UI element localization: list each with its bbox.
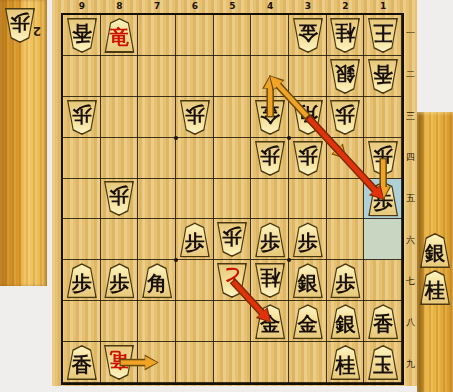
square-5c[interactable] [214, 97, 252, 138]
sente-piece-9g[interactable]: 歩 [67, 263, 97, 298]
square-6f[interactable]: 歩 [176, 219, 214, 260]
square-3a[interactable]: 金 [289, 15, 327, 56]
square-3e[interactable] [289, 179, 327, 220]
square-7e[interactable] [138, 179, 176, 220]
piece-kanji: 金 [260, 105, 280, 125]
gote-piece-3a[interactable]: 金 [293, 18, 323, 53]
piece-face: 香 [68, 19, 95, 51]
square-8a[interactable]: 竜 [101, 15, 139, 56]
piece-face: 歩 [370, 142, 397, 174]
square-6b[interactable] [176, 56, 214, 97]
piece-face: 歩 [370, 183, 397, 215]
sente-captured-stand: 銀桂 [417, 112, 453, 392]
square-8d[interactable] [101, 138, 139, 179]
file-label-2: 2 [327, 0, 365, 13]
rank-label-2: 二 [404, 54, 417, 95]
piece-face: 歩 [332, 101, 359, 133]
piece-kanji: 歩 [222, 228, 242, 248]
piece-face: 金 [257, 101, 284, 133]
square-9c[interactable]: 歩 [63, 97, 101, 138]
piece-kanji: 銀 [298, 273, 318, 293]
piece-kanji: 香 [373, 64, 393, 84]
gote-piece-4c[interactable]: 金 [255, 100, 285, 135]
square-2b[interactable]: 銀 [327, 56, 365, 97]
piece-face: 玉 [370, 347, 397, 379]
square-4f[interactable]: 歩 [251, 219, 289, 260]
piece-kanji: 銀 [425, 243, 445, 263]
piece-kanji: 玉 [373, 355, 393, 375]
square-2f[interactable] [327, 219, 365, 260]
sente-piece-2h[interactable]: 銀 [330, 304, 360, 339]
piece-kanji: 竜 [109, 27, 129, 47]
square-9a[interactable]: 香 [63, 15, 101, 56]
piece-kanji: 歩 [335, 273, 355, 293]
gote-piece-1a[interactable]: 王 [368, 18, 398, 53]
rank-coordinates: 一二三四五六七八九 [404, 13, 417, 385]
piece-face: 香 [370, 306, 397, 338]
piece-kanji: 歩 [109, 187, 129, 207]
file-label-8: 8 [101, 0, 139, 13]
square-5d[interactable] [214, 138, 252, 179]
square-1b[interactable]: 香 [364, 56, 402, 97]
rank-label-7: 七 [404, 261, 417, 302]
rank-label-4: 四 [404, 137, 417, 178]
piece-face: と [219, 265, 246, 297]
piece-kanji: 銀 [335, 314, 355, 334]
square-1g[interactable] [364, 260, 402, 301]
piece-face: 歩 [181, 224, 208, 256]
square-3b[interactable] [289, 56, 327, 97]
piece-kanji: と [222, 269, 242, 289]
square-5i[interactable] [214, 342, 252, 383]
square-2d[interactable] [327, 138, 365, 179]
square-5g[interactable]: と [214, 260, 252, 301]
gote-piece-3d[interactable]: 歩 [293, 141, 323, 176]
piece-face: 歩 [219, 224, 246, 256]
piece-face: 銀 [332, 306, 359, 338]
square-9f[interactable] [63, 219, 101, 260]
piece-kanji: 歩 [335, 105, 355, 125]
sente-piece-8g[interactable]: 歩 [104, 263, 134, 298]
square-6d[interactable] [176, 138, 214, 179]
piece-kanji: 歩 [109, 273, 129, 293]
square-1a[interactable]: 王 [364, 15, 402, 56]
gote-piece-6c[interactable]: 歩 [180, 100, 210, 135]
square-2i[interactable]: 桂 [327, 342, 365, 383]
rank-label-5: 五 [404, 178, 417, 219]
file-label-7: 7 [138, 0, 176, 13]
piece-face: 歩 [106, 265, 133, 297]
piece-kanji: 歩 [72, 273, 92, 293]
sente-piece-2i[interactable]: 桂 [330, 345, 360, 380]
gote-piece-9c[interactable]: 歩 [67, 100, 97, 135]
square-1f[interactable] [364, 219, 402, 260]
square-6c[interactable]: 歩 [176, 97, 214, 138]
piece-kanji: 歩 [373, 191, 393, 211]
piece-face: 歩 [332, 265, 359, 297]
square-4a[interactable] [251, 15, 289, 56]
piece-face: 桂 [332, 347, 359, 379]
piece-kanji: 王 [373, 23, 393, 43]
square-3c[interactable]: 角 [289, 97, 327, 138]
piece-kanji: 角 [298, 105, 318, 125]
promoted-gote-piece-8i[interactable]: 竜 [104, 345, 134, 380]
piece-kanji: 香 [72, 23, 92, 43]
gote-piece-2a[interactable]: 桂 [330, 18, 360, 53]
sente-piece-6f[interactable]: 歩 [180, 222, 210, 257]
piece-kanji: 歩 [185, 232, 205, 252]
square-7b[interactable] [138, 56, 176, 97]
piece-kanji: 桂 [335, 23, 355, 43]
piece-kanji: 歩 [373, 146, 393, 166]
piece-face: 桂 [332, 19, 359, 51]
piece-kanji: 歩 [260, 146, 280, 166]
square-8c[interactable] [101, 97, 139, 138]
piece-face: 歩 [68, 101, 95, 133]
square-5a[interactable] [214, 15, 252, 56]
file-label-6: 6 [176, 0, 214, 13]
gote-captured-stand: 歩2 [0, 0, 47, 286]
file-label-9: 9 [63, 0, 101, 13]
square-4h[interactable]: 金 [251, 301, 289, 342]
sente-piece-hand[interactable]: 銀 [420, 233, 450, 268]
hoshi-dot [287, 136, 291, 140]
square-1c[interactable] [364, 97, 402, 138]
piece-face: 竜 [106, 19, 133, 51]
piece-kanji: 香 [373, 314, 393, 334]
square-5e[interactable] [214, 179, 252, 220]
square-3d[interactable]: 歩 [289, 138, 327, 179]
piece-face: 歩 [257, 142, 284, 174]
square-6e[interactable] [176, 179, 214, 220]
square-6i[interactable] [176, 342, 214, 383]
file-label-5: 5 [214, 0, 252, 13]
square-4i[interactable] [251, 342, 289, 383]
shogi-board-panel: 987654321 香竜金桂王銀香歩歩金角歩歩歩歩歩歩歩歩歩歩歩歩角と桂銀歩金金… [52, 0, 417, 386]
square-2h[interactable]: 銀 [327, 301, 365, 342]
file-label-4: 4 [251, 0, 289, 13]
promoted-gote-piece-5g[interactable]: と [217, 263, 247, 298]
gote-piece-3c[interactable]: 角 [293, 100, 323, 135]
square-6a[interactable] [176, 15, 214, 56]
piece-face: 歩 [257, 224, 284, 256]
piece-kanji: 香 [72, 355, 92, 375]
square-3h[interactable]: 金 [289, 301, 327, 342]
piece-kanji: 竜 [109, 351, 129, 371]
square-4c[interactable]: 金 [251, 97, 289, 138]
square-7c[interactable] [138, 97, 176, 138]
piece-face: 歩 [294, 142, 321, 174]
square-6h[interactable] [176, 301, 214, 342]
shogi-app-screen: 歩2 987654321 香竜金桂王銀香歩歩金角歩歩歩歩歩歩歩歩歩歩歩歩角と桂銀… [0, 0, 453, 392]
square-2e[interactable] [327, 179, 365, 220]
file-label-3: 3 [289, 0, 327, 13]
sente-piece-3g[interactable]: 銀 [293, 263, 323, 298]
sente-piece-4h[interactable]: 金 [255, 304, 285, 339]
square-5h[interactable] [214, 301, 252, 342]
square-7d[interactable] [138, 138, 176, 179]
square-1h[interactable]: 香 [364, 301, 402, 342]
sente-piece-3f[interactable]: 歩 [293, 222, 323, 257]
square-5b[interactable] [214, 56, 252, 97]
square-7f[interactable] [138, 219, 176, 260]
piece-face: 角 [294, 101, 321, 133]
piece-kanji: 歩 [260, 232, 280, 252]
square-5f[interactable]: 歩 [214, 219, 252, 260]
gote-piece-2c[interactable]: 歩 [330, 100, 360, 135]
square-8f[interactable] [101, 219, 139, 260]
piece-face: 歩 [294, 224, 321, 256]
square-8g[interactable]: 歩 [101, 260, 139, 301]
piece-face: 歩 [181, 101, 208, 133]
rank-label-8: 八 [404, 302, 417, 343]
sente-piece-3h[interactable]: 金 [293, 304, 323, 339]
square-4b[interactable] [251, 56, 289, 97]
square-9i[interactable]: 香 [63, 342, 101, 383]
piece-face: 銀 [422, 235, 449, 267]
square-9g[interactable]: 歩 [63, 260, 101, 301]
sente-piece-2g[interactable]: 歩 [330, 263, 360, 298]
square-4g[interactable]: 桂 [251, 260, 289, 301]
piece-face: 金 [294, 19, 321, 51]
piece-kanji: 金 [260, 314, 280, 334]
piece-face: 香 [68, 347, 95, 379]
piece-face: 桂 [422, 272, 449, 304]
square-9h[interactable] [63, 301, 101, 342]
gote-piece-5f[interactable]: 歩 [217, 222, 247, 257]
gote-piece-1b[interactable]: 香 [368, 59, 398, 94]
hand-count: 2 [33, 24, 41, 38]
square-8h[interactable] [101, 301, 139, 342]
square-2a[interactable]: 桂 [327, 15, 365, 56]
piece-face: 金 [294, 306, 321, 338]
piece-kanji: 角 [147, 273, 167, 293]
promoted-sente-piece-8a[interactable]: 竜 [104, 18, 134, 53]
square-3f[interactable]: 歩 [289, 219, 327, 260]
square-2g[interactable]: 歩 [327, 260, 365, 301]
piece-kanji: 金 [298, 23, 318, 43]
square-6g[interactable] [176, 260, 214, 301]
square-4e[interactable] [251, 179, 289, 220]
piece-face: 金 [257, 306, 284, 338]
square-2c[interactable]: 歩 [327, 97, 365, 138]
piece-face: 竜 [106, 347, 133, 379]
square-1i[interactable]: 玉 [364, 342, 402, 383]
piece-kanji: 金 [298, 314, 318, 334]
piece-kanji: 歩 [185, 105, 205, 125]
file-coordinates: 987654321 [63, 0, 402, 13]
sente-piece-4f[interactable]: 歩 [255, 222, 285, 257]
sente-piece-1e[interactable]: 歩 [368, 181, 398, 216]
piece-face: 角 [144, 265, 171, 297]
gote-piece-4d[interactable]: 歩 [255, 141, 285, 176]
piece-face: 香 [370, 60, 397, 92]
piece-kanji: 桂 [260, 269, 280, 289]
square-3g[interactable]: 銀 [289, 260, 327, 301]
rank-label-6: 六 [404, 220, 417, 261]
piece-kanji: 銀 [335, 64, 355, 84]
square-9e[interactable] [63, 179, 101, 220]
gote-piece-4g[interactable]: 桂 [255, 263, 285, 298]
gote-piece-hand[interactable]: 歩 [5, 8, 35, 43]
file-label-1: 1 [364, 0, 402, 13]
piece-kanji: 歩 [10, 14, 30, 34]
square-8i[interactable]: 竜 [101, 342, 139, 383]
sente-piece-1i[interactable]: 玉 [368, 345, 398, 380]
sente-piece-hand[interactable]: 桂 [420, 270, 450, 305]
gote-piece-8e[interactable]: 歩 [104, 181, 134, 216]
square-4d[interactable]: 歩 [251, 138, 289, 179]
piece-kanji: 歩 [72, 105, 92, 125]
rank-label-3: 三 [404, 96, 417, 137]
piece-face: 歩 [106, 183, 133, 215]
square-7a[interactable] [138, 15, 176, 56]
piece-face: 桂 [257, 265, 284, 297]
sente-piece-1h[interactable]: 香 [368, 304, 398, 339]
square-9d[interactable] [63, 138, 101, 179]
shogi-board: 香竜金桂王銀香歩歩金角歩歩歩歩歩歩歩歩歩歩歩歩角と桂銀歩金金銀香香竜桂玉 [61, 13, 404, 385]
square-1d[interactable]: 歩 [364, 138, 402, 179]
piece-kanji: 桂 [425, 280, 445, 300]
piece-face: 王 [370, 19, 397, 51]
rank-label-9: 九 [404, 344, 417, 385]
piece-kanji: 桂 [335, 355, 355, 375]
hoshi-dot [174, 136, 178, 140]
piece-face: 銀 [294, 265, 321, 297]
piece-face: 歩 [68, 265, 95, 297]
square-7i[interactable] [138, 342, 176, 383]
square-7g[interactable]: 角 [138, 260, 176, 301]
square-3i[interactable] [289, 342, 327, 383]
sente-piece-7g[interactable]: 角 [142, 263, 172, 298]
square-8e[interactable]: 歩 [101, 179, 139, 220]
piece-face: 歩 [7, 10, 34, 42]
piece-face: 銀 [332, 60, 359, 92]
sente-piece-9i[interactable]: 香 [67, 345, 97, 380]
piece-kanji: 歩 [298, 146, 318, 166]
square-7h[interactable] [138, 301, 176, 342]
square-8b[interactable] [101, 56, 139, 97]
square-1e[interactable]: 歩 [364, 179, 402, 220]
gote-piece-9a[interactable]: 香 [67, 18, 97, 53]
piece-kanji: 歩 [298, 232, 318, 252]
square-9b[interactable] [63, 56, 101, 97]
gote-piece-2b[interactable]: 銀 [330, 59, 360, 94]
rank-label-1: 一 [404, 13, 417, 54]
gote-piece-1d[interactable]: 歩 [368, 141, 398, 176]
